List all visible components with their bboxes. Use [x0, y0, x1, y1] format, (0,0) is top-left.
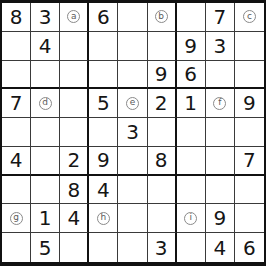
given-digit: 4: [67, 208, 80, 228]
cell-r6c3[interactable]: 2: [60, 147, 89, 176]
given-digit: 9: [213, 208, 226, 228]
cell-r8c9[interactable]: [235, 204, 264, 233]
cell-r4c8[interactable]: f: [206, 89, 235, 118]
circled-letter-e: e: [126, 97, 139, 110]
given-digit: 2: [67, 150, 80, 170]
given-digit: 4: [97, 180, 110, 200]
cell-r7c5[interactable]: [118, 176, 147, 205]
given-digit: 9: [155, 64, 168, 84]
cell-r8c4[interactable]: h: [89, 204, 118, 233]
given-digit: 6: [243, 238, 256, 258]
cell-r3c9[interactable]: [235, 61, 264, 90]
cell-r2c6[interactable]: [148, 32, 177, 61]
cell-r6c9[interactable]: 7: [235, 147, 264, 176]
given-digit: 5: [39, 238, 52, 258]
cell-r2c1[interactable]: [2, 32, 31, 61]
given-digit: 9: [97, 150, 110, 170]
circled-letter-f: f: [213, 97, 226, 110]
cell-r2c2[interactable]: 4: [31, 32, 60, 61]
cell-r3c8[interactable]: [206, 61, 235, 90]
cell-r9c8[interactable]: 4: [206, 233, 235, 262]
given-digit: 7: [243, 150, 256, 170]
cell-r8c6[interactable]: [148, 204, 177, 233]
cell-r7c2[interactable]: [31, 176, 60, 205]
cell-r8c8[interactable]: 9: [206, 204, 235, 233]
cell-r1c9[interactable]: c: [235, 3, 264, 32]
cell-r2c4[interactable]: [89, 32, 118, 61]
cell-r9c7[interactable]: [177, 233, 206, 262]
given-digit: 3: [39, 7, 52, 27]
cell-r5c4[interactable]: [89, 118, 118, 147]
cell-r4c9[interactable]: 9: [235, 89, 264, 118]
given-digit: 3: [213, 36, 226, 56]
cell-r7c6[interactable]: [148, 176, 177, 205]
cell-r9c5[interactable]: [118, 233, 147, 262]
circled-letter-a: a: [67, 10, 80, 23]
cell-r6c1[interactable]: 4: [2, 147, 31, 176]
cell-r8c1[interactable]: g: [2, 204, 31, 233]
cell-r1c8[interactable]: 7: [206, 3, 235, 32]
cell-r4c3[interactable]: [60, 89, 89, 118]
given-digit: 4: [39, 36, 52, 56]
cell-r7c7[interactable]: [177, 176, 206, 205]
cell-r8c7[interactable]: i: [177, 204, 206, 233]
given-digit: 9: [184, 36, 197, 56]
circled-letter-c: c: [243, 10, 256, 23]
given-digit: 5: [97, 93, 110, 113]
given-digit: 7: [213, 7, 226, 27]
sudoku-grid: 83a6b7c493967d5e21f934298784g14hi95346: [0, 0, 266, 266]
circled-letter-i: i: [184, 212, 197, 225]
cell-r7c8[interactable]: [206, 176, 235, 205]
cell-r1c7[interactable]: [177, 3, 206, 32]
cell-r4c2[interactable]: d: [31, 89, 60, 118]
given-digit: 9: [243, 93, 256, 113]
cell-r1c4[interactable]: 6: [89, 3, 118, 32]
cell-r1c6[interactable]: b: [148, 3, 177, 32]
cell-r2c9[interactable]: [235, 32, 264, 61]
given-digit: 7: [10, 93, 23, 113]
given-digit: 6: [184, 64, 197, 84]
cell-r4c4[interactable]: 5: [89, 89, 118, 118]
cell-r6c4[interactable]: 9: [89, 147, 118, 176]
cell-r4c7[interactable]: 1: [177, 89, 206, 118]
given-digit: 6: [97, 7, 110, 27]
cell-r8c2[interactable]: 1: [31, 204, 60, 233]
cell-r5c3[interactable]: [60, 118, 89, 147]
given-digit: 8: [67, 180, 80, 200]
cell-r5c6[interactable]: [148, 118, 177, 147]
cell-r3c3[interactable]: [60, 61, 89, 90]
cell-r2c3[interactable]: [60, 32, 89, 61]
cell-r4c5[interactable]: e: [118, 89, 147, 118]
cell-r5c7[interactable]: [177, 118, 206, 147]
given-digit: 3: [155, 238, 168, 258]
given-digit: 8: [155, 150, 168, 170]
cell-r2c5[interactable]: [118, 32, 147, 61]
circled-letter-d: d: [39, 97, 52, 110]
cell-r7c1[interactable]: [2, 176, 31, 205]
given-digit: 4: [10, 150, 23, 170]
cell-r1c2[interactable]: 3: [31, 3, 60, 32]
cell-r4c1[interactable]: 7: [2, 89, 31, 118]
cell-r8c3[interactable]: 4: [60, 204, 89, 233]
cell-r9c2[interactable]: 5: [31, 233, 60, 262]
cell-r7c9[interactable]: [235, 176, 264, 205]
cell-r9c6[interactable]: 3: [148, 233, 177, 262]
cell-r5c5[interactable]: 3: [118, 118, 147, 147]
cell-r7c4[interactable]: 4: [89, 176, 118, 205]
cell-r5c8[interactable]: [206, 118, 235, 147]
cell-r8c5[interactable]: [118, 204, 147, 233]
cell-r7c3[interactable]: 8: [60, 176, 89, 205]
cell-r5c1[interactable]: [2, 118, 31, 147]
cell-r6c7[interactable]: [177, 147, 206, 176]
cell-r3c6[interactable]: 9: [148, 61, 177, 90]
cell-r3c2[interactable]: [31, 61, 60, 90]
cell-r1c1[interactable]: 8: [2, 3, 31, 32]
circled-letter-g: g: [10, 212, 23, 225]
cell-r9c3[interactable]: [60, 233, 89, 262]
cell-r3c5[interactable]: [118, 61, 147, 90]
given-digit: 2: [155, 93, 168, 113]
circled-letter-b: b: [155, 10, 168, 23]
circled-letter-h: h: [97, 212, 110, 225]
cell-r4c6[interactable]: 2: [148, 89, 177, 118]
cell-r3c7[interactable]: 6: [177, 61, 206, 90]
cell-r9c9[interactable]: 6: [235, 233, 264, 262]
cell-r1c5[interactable]: [118, 3, 147, 32]
cell-r6c6[interactable]: 8: [148, 147, 177, 176]
cell-r9c4[interactable]: [89, 233, 118, 262]
given-digit: 1: [184, 93, 197, 113]
cell-r6c2[interactable]: [31, 147, 60, 176]
given-digit: 1: [39, 208, 52, 228]
cell-r6c5[interactable]: [118, 147, 147, 176]
given-digit: 8: [10, 7, 23, 27]
given-digit: 4: [213, 238, 226, 258]
cell-r2c7[interactable]: 9: [177, 32, 206, 61]
cell-r2c8[interactable]: 3: [206, 32, 235, 61]
cell-r3c1[interactable]: [2, 61, 31, 90]
given-digit: 3: [126, 122, 139, 142]
cell-r5c2[interactable]: [31, 118, 60, 147]
cell-r3c4[interactable]: [89, 61, 118, 90]
cell-r6c8[interactable]: [206, 147, 235, 176]
cell-r9c1[interactable]: [2, 233, 31, 262]
cell-r5c9[interactable]: [235, 118, 264, 147]
cell-r1c3[interactable]: a: [60, 3, 89, 32]
